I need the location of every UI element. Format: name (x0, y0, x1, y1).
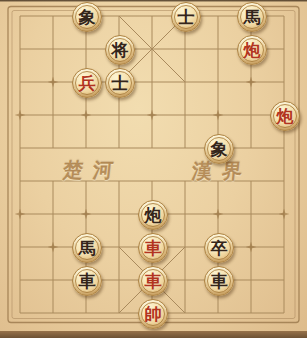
river-label-left: 楚河 (52, 157, 125, 184)
xiangqi-board: 楚河 漢界 象士馬将炮兵士炮象炮馬車卒車車車帥 (0, 0, 307, 338)
piece-glyph: 車 (211, 273, 228, 290)
piece-glyph: 炮 (145, 207, 162, 224)
piece-glyph: 車 (79, 273, 96, 290)
piece-black-horse[interactable]: 馬 (237, 2, 267, 32)
piece-black-elephant[interactable]: 象 (72, 2, 102, 32)
piece-black-horse[interactable]: 馬 (72, 233, 102, 263)
piece-glyph: 将 (112, 42, 129, 59)
piece-red-soldier[interactable]: 兵 (72, 68, 102, 98)
piece-black-general[interactable]: 将 (105, 35, 135, 65)
piece-red-chariot[interactable]: 車 (138, 233, 168, 263)
piece-red-cannon[interactable]: 炮 (237, 35, 267, 65)
piece-glyph: 馬 (79, 240, 96, 257)
piece-red-general[interactable]: 帥 (138, 299, 168, 329)
piece-glyph: 象 (211, 141, 228, 158)
piece-glyph: 炮 (244, 42, 261, 59)
piece-glyph: 馬 (244, 9, 261, 26)
piece-red-chariot[interactable]: 車 (138, 266, 168, 296)
piece-black-chariot[interactable]: 車 (72, 266, 102, 296)
board-top-edge (0, 0, 307, 2)
piece-black-advisor[interactable]: 士 (105, 68, 135, 98)
piece-glyph: 炮 (277, 108, 294, 125)
piece-black-advisor[interactable]: 士 (171, 2, 201, 32)
piece-black-elephant[interactable]: 象 (204, 134, 234, 164)
piece-glyph: 車 (145, 273, 162, 290)
piece-glyph: 帥 (145, 306, 162, 323)
piece-black-soldier[interactable]: 卒 (204, 233, 234, 263)
piece-black-cannon[interactable]: 炮 (138, 200, 168, 230)
piece-glyph: 卒 (211, 240, 228, 257)
piece-glyph: 車 (145, 240, 162, 257)
piece-glyph: 象 (79, 9, 96, 26)
piece-glyph: 士 (112, 75, 129, 92)
piece-glyph: 士 (178, 9, 195, 26)
piece-black-chariot[interactable]: 車 (204, 266, 234, 296)
piece-red-cannon[interactable]: 炮 (270, 101, 300, 131)
piece-glyph: 兵 (79, 75, 96, 92)
board-bottom-edge (0, 331, 307, 338)
